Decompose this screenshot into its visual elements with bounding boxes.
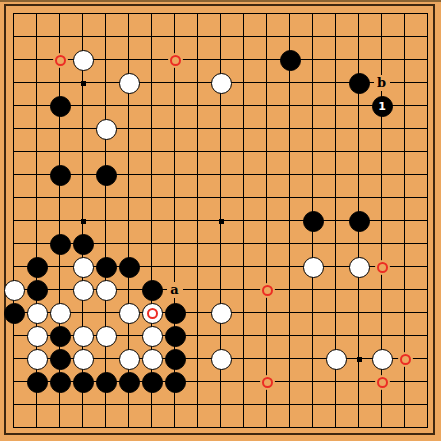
black-stone: [165, 349, 186, 370]
black-stone: [27, 257, 48, 278]
white-stone: [50, 303, 71, 324]
point-label-b: b: [374, 75, 390, 91]
white-stone: [73, 326, 94, 347]
white-stone: [73, 349, 94, 370]
black-stone: [119, 372, 140, 393]
black-stone: [50, 326, 71, 347]
white-stone: [119, 73, 140, 94]
point-label-a: a: [167, 282, 183, 298]
black-stone: [73, 234, 94, 255]
white-stone: [142, 326, 163, 347]
star-point: [357, 357, 362, 362]
board-top-edge: [0, 0, 441, 2]
white-stone: [73, 257, 94, 278]
red-circle-mark-on-white-stone: [147, 308, 158, 319]
black-stone: [50, 234, 71, 255]
white-stone: [303, 257, 324, 278]
red-circle-mark: [262, 377, 273, 388]
star-point: [81, 81, 86, 86]
white-stone: [372, 349, 393, 370]
star-point: [219, 219, 224, 224]
black-stone: [119, 257, 140, 278]
black-stone: [27, 372, 48, 393]
move-number-1: 1: [372, 96, 393, 117]
black-stone: [280, 50, 301, 71]
black-stone: [27, 280, 48, 301]
black-stone: [349, 73, 370, 94]
red-circle-mark: [400, 354, 411, 365]
black-stone: [165, 326, 186, 347]
black-stone: [50, 96, 71, 117]
black-stone: [96, 257, 117, 278]
black-stone: [165, 372, 186, 393]
black-stone: [303, 211, 324, 232]
black-stone: [73, 372, 94, 393]
black-stone: [4, 303, 25, 324]
red-circle-mark: [170, 55, 181, 66]
white-stone: [211, 73, 232, 94]
black-stone: [142, 372, 163, 393]
white-stone: [349, 257, 370, 278]
black-stone: [349, 211, 370, 232]
white-stone: [211, 303, 232, 324]
white-stone: [211, 349, 232, 370]
white-stone: [4, 280, 25, 301]
white-stone: [27, 303, 48, 324]
red-circle-mark: [55, 55, 66, 66]
white-stone: [96, 326, 117, 347]
black-stone: [50, 349, 71, 370]
red-circle-mark: [377, 377, 388, 388]
black-stone: [50, 372, 71, 393]
black-stone: [50, 165, 71, 186]
black-stone: [165, 303, 186, 324]
white-stone: [96, 280, 117, 301]
red-circle-mark: [377, 262, 388, 273]
star-point: [81, 219, 86, 224]
white-stone: [96, 119, 117, 140]
black-stone: [142, 280, 163, 301]
white-stone: [326, 349, 347, 370]
white-stone: [119, 303, 140, 324]
white-stone: [73, 50, 94, 71]
black-stone: [96, 372, 117, 393]
red-circle-mark: [262, 285, 273, 296]
white-stone: [73, 280, 94, 301]
go-board[interactable]: ab1: [0, 0, 441, 441]
white-stone: [27, 326, 48, 347]
black-stone: [96, 165, 117, 186]
white-stone: [27, 349, 48, 370]
white-stone: [142, 349, 163, 370]
white-stone: [119, 349, 140, 370]
